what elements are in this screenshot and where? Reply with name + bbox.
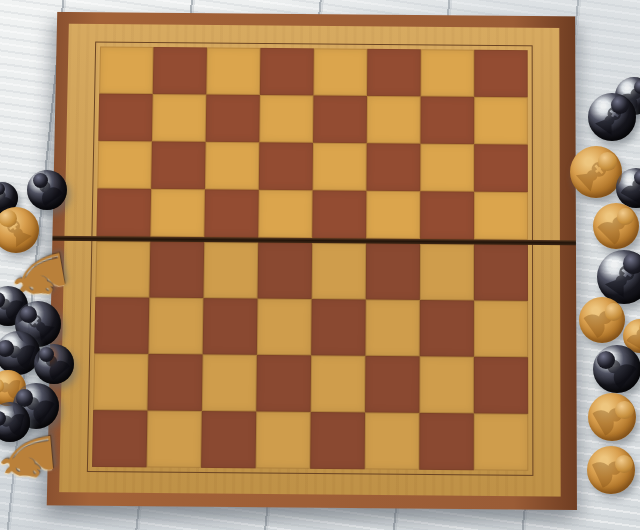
wood-pawn[interactable]: ♟: [587, 446, 635, 494]
wood-pawn[interactable]: ♟: [588, 393, 636, 441]
bishop-head-knob: [623, 253, 640, 274]
black-pawn[interactable]: ♟: [27, 170, 67, 210]
black-bishop[interactable]: ♝: [588, 93, 636, 141]
pawn-head-knob: [33, 173, 48, 188]
pawn-head-knob: [615, 455, 633, 473]
wood-pawn[interactable]: ♟: [579, 297, 625, 343]
pawn-glyph: ♟: [579, 438, 640, 502]
pawn-glyph: ♟: [579, 384, 640, 450]
bishop-head-knob: [20, 306, 37, 323]
pieces-layer: ♟♟♝♞♟♝♟♟♟♟♟♞♟♝♝♟♟♝♟♟♟♟♟: [0, 0, 640, 530]
pawn-head-knob: [597, 351, 615, 369]
black-pawn[interactable]: ♟: [34, 344, 74, 384]
wood-knight[interactable]: ♞: [0, 430, 56, 486]
pawn-head-knob: [605, 303, 622, 320]
knight-glyph: ♞: [0, 428, 58, 489]
scene: ♟♟♝♞♟♝♟♟♟♟♟♞♟♝♝♟♟♝♟♟♟♟♟: [0, 0, 640, 530]
pawn-head-knob: [615, 401, 633, 419]
